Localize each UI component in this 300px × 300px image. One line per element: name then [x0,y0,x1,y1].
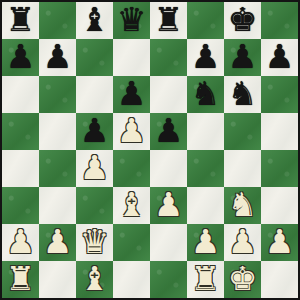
square-h3[interactable] [261,187,298,224]
square-f6[interactable]: ♞ [187,76,224,113]
white-rook-icon: ♜ [6,261,36,297]
square-f7[interactable]: ♟ [187,39,224,76]
square-d7[interactable] [113,39,150,76]
square-c8[interactable]: ♝ [76,2,113,39]
square-f1[interactable]: ♜ [187,261,224,298]
square-h4[interactable] [261,150,298,187]
square-h1[interactable] [261,261,298,298]
square-h2[interactable]: ♟ [261,224,298,261]
white-pawn-icon: ♟ [228,224,258,260]
square-f4[interactable] [187,150,224,187]
white-pawn-icon: ♟ [43,224,73,260]
square-e2[interactable] [150,224,187,261]
white-pawn-icon: ♟ [154,187,184,223]
black-queen-icon: ♛ [117,2,147,38]
square-e3[interactable]: ♟ [150,187,187,224]
square-h7[interactable]: ♟ [261,39,298,76]
square-g2[interactable]: ♟ [224,224,261,261]
black-pawn-icon: ♟ [43,39,73,75]
square-a1[interactable]: ♜ [2,261,39,298]
square-d1[interactable] [113,261,150,298]
square-e8[interactable]: ♜ [150,2,187,39]
square-e6[interactable] [150,76,187,113]
square-c3[interactable] [76,187,113,224]
black-pawn-icon: ♟ [80,113,110,149]
square-b1[interactable] [39,261,76,298]
white-queen-icon: ♛ [80,224,110,260]
black-rook-icon: ♜ [154,2,184,38]
square-h6[interactable] [261,76,298,113]
white-pawn-icon: ♟ [80,150,110,186]
square-f5[interactable] [187,113,224,150]
black-pawn-icon: ♟ [117,76,147,112]
white-pawn-icon: ♟ [265,224,295,260]
black-pawn-icon: ♟ [6,39,36,75]
black-knight-icon: ♞ [228,76,258,112]
square-d2[interactable] [113,224,150,261]
black-king-icon: ♚ [228,2,258,38]
black-pawn-icon: ♟ [191,39,221,75]
white-bishop-icon: ♝ [117,187,147,223]
square-h8[interactable] [261,2,298,39]
square-d6[interactable]: ♟ [113,76,150,113]
square-c1[interactable]: ♝ [76,261,113,298]
square-f2[interactable]: ♟ [187,224,224,261]
square-f8[interactable] [187,2,224,39]
square-d8[interactable]: ♛ [113,2,150,39]
square-c2[interactable]: ♛ [76,224,113,261]
square-d3[interactable]: ♝ [113,187,150,224]
square-g7[interactable]: ♟ [224,39,261,76]
square-e1[interactable] [150,261,187,298]
square-a8[interactable]: ♜ [2,2,39,39]
square-a4[interactable] [2,150,39,187]
square-e7[interactable] [150,39,187,76]
chess-board-frame: ♜♝♛♜♚♟♟♟♟♟♟♞♞♟♟♟♟♝♟♞♟♟♛♟♟♟♜♝♜♚ [0,0,300,300]
square-c6[interactable] [76,76,113,113]
square-g3[interactable]: ♞ [224,187,261,224]
square-g5[interactable] [224,113,261,150]
square-a2[interactable]: ♟ [2,224,39,261]
square-c5[interactable]: ♟ [76,113,113,150]
white-pawn-icon: ♟ [191,224,221,260]
black-pawn-icon: ♟ [265,39,295,75]
white-knight-icon: ♞ [228,187,258,223]
square-c4[interactable]: ♟ [76,150,113,187]
square-b4[interactable] [39,150,76,187]
square-e5[interactable]: ♟ [150,113,187,150]
square-a7[interactable]: ♟ [2,39,39,76]
black-knight-icon: ♞ [191,76,221,112]
square-d4[interactable] [113,150,150,187]
square-f3[interactable] [187,187,224,224]
square-h5[interactable] [261,113,298,150]
white-bishop-icon: ♝ [80,261,110,297]
square-b8[interactable] [39,2,76,39]
square-e4[interactable] [150,150,187,187]
white-pawn-icon: ♟ [117,113,147,149]
square-a5[interactable] [2,113,39,150]
square-g6[interactable]: ♞ [224,76,261,113]
square-g1[interactable]: ♚ [224,261,261,298]
square-b2[interactable]: ♟ [39,224,76,261]
square-c7[interactable] [76,39,113,76]
black-rook-icon: ♜ [6,2,36,38]
square-d5[interactable]: ♟ [113,113,150,150]
black-pawn-icon: ♟ [154,113,184,149]
square-b5[interactable] [39,113,76,150]
chess-board: ♜♝♛♜♚♟♟♟♟♟♟♞♞♟♟♟♟♝♟♞♟♟♛♟♟♟♜♝♜♚ [2,2,298,298]
white-rook-icon: ♜ [191,261,221,297]
white-pawn-icon: ♟ [6,224,36,260]
square-g8[interactable]: ♚ [224,2,261,39]
square-a3[interactable] [2,187,39,224]
black-bishop-icon: ♝ [80,2,110,38]
black-pawn-icon: ♟ [228,39,258,75]
square-b6[interactable] [39,76,76,113]
square-b7[interactable]: ♟ [39,39,76,76]
square-g4[interactable] [224,150,261,187]
square-b3[interactable] [39,187,76,224]
white-king-icon: ♚ [228,261,258,297]
square-a6[interactable] [2,76,39,113]
